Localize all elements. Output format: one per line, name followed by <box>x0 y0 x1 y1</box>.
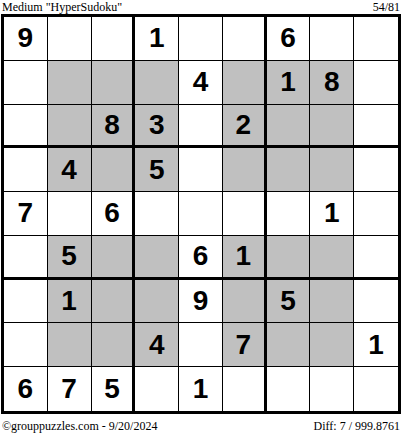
cell-r8c9[interactable]: 1 <box>354 323 398 367</box>
cell-r8c2[interactable] <box>48 323 92 367</box>
cell-r4c3[interactable] <box>92 148 136 192</box>
puzzle-title: Medium "HyperSudoku" <box>2 1 122 14</box>
cell-r4c5[interactable] <box>179 148 223 192</box>
cell-r9c8[interactable] <box>310 367 354 411</box>
cell-r1c3[interactable] <box>92 17 136 61</box>
cell-r7c3[interactable] <box>92 280 136 324</box>
cell-r7c9[interactable] <box>354 280 398 324</box>
cell-r5c8[interactable]: 1 <box>310 192 354 236</box>
cell-r8c3[interactable] <box>92 323 136 367</box>
cell-r2c8[interactable]: 8 <box>310 61 354 105</box>
cell-r9c6[interactable] <box>223 367 267 411</box>
cell-r5c6[interactable] <box>223 192 267 236</box>
cell-r2c2[interactable] <box>48 61 92 105</box>
cell-r2c3[interactable] <box>92 61 136 105</box>
cell-r5c3[interactable]: 6 <box>92 192 136 236</box>
puzzle-page: Medium "HyperSudoku" 54/81 9164188324576… <box>0 0 402 437</box>
cell-r4c4[interactable]: 5 <box>135 148 179 192</box>
difficulty-rating: Diff: 7 / 999.8761 <box>314 419 400 434</box>
cell-r5c5[interactable] <box>179 192 223 236</box>
cell-r7c5[interactable]: 9 <box>179 280 223 324</box>
cell-r7c7[interactable]: 5 <box>267 280 311 324</box>
cell-r3c9[interactable] <box>354 105 398 149</box>
cell-r7c8[interactable] <box>310 280 354 324</box>
cell-r4c7[interactable] <box>267 148 311 192</box>
cell-r6c5[interactable]: 6 <box>179 236 223 280</box>
cell-r1c6[interactable] <box>223 17 267 61</box>
cell-r3c4[interactable]: 3 <box>135 105 179 149</box>
cell-r9c5[interactable]: 1 <box>179 367 223 411</box>
cell-r4c1[interactable] <box>4 148 48 192</box>
cell-r8c7[interactable] <box>267 323 311 367</box>
cell-r6c7[interactable] <box>267 236 311 280</box>
cell-r4c6[interactable] <box>223 148 267 192</box>
cell-r2c9[interactable] <box>354 61 398 105</box>
cell-r8c1[interactable] <box>4 323 48 367</box>
copyright-date: ©grouppuzzles.com - 9/20/2024 <box>2 419 157 434</box>
cell-r3c6[interactable]: 2 <box>223 105 267 149</box>
sudoku-board: 916418832457615611954716751 <box>1 14 401 414</box>
cell-r5c1[interactable]: 7 <box>4 192 48 236</box>
cell-r2c4[interactable] <box>135 61 179 105</box>
cell-r6c1[interactable] <box>4 236 48 280</box>
cell-r4c2[interactable]: 4 <box>48 148 92 192</box>
cell-r7c2[interactable]: 1 <box>48 280 92 324</box>
cell-r9c9[interactable] <box>354 367 398 411</box>
cell-r7c1[interactable] <box>4 280 48 324</box>
cell-r8c5[interactable] <box>179 323 223 367</box>
cell-r9c2[interactable]: 7 <box>48 367 92 411</box>
cell-r9c1[interactable]: 6 <box>4 367 48 411</box>
cell-r7c4[interactable] <box>135 280 179 324</box>
cell-r1c4[interactable]: 1 <box>135 17 179 61</box>
cell-r1c9[interactable] <box>354 17 398 61</box>
cell-r8c4[interactable]: 4 <box>135 323 179 367</box>
cell-r3c2[interactable] <box>48 105 92 149</box>
cell-r7c6[interactable] <box>223 280 267 324</box>
cell-r5c9[interactable] <box>354 192 398 236</box>
cell-r1c1[interactable]: 9 <box>4 17 48 61</box>
cell-r1c8[interactable] <box>310 17 354 61</box>
cell-r3c3[interactable]: 8 <box>92 105 136 149</box>
cell-r5c7[interactable] <box>267 192 311 236</box>
cell-r4c9[interactable] <box>354 148 398 192</box>
cell-r8c8[interactable] <box>310 323 354 367</box>
cell-r1c2[interactable] <box>48 17 92 61</box>
cell-r3c5[interactable] <box>179 105 223 149</box>
cell-r1c5[interactable] <box>179 17 223 61</box>
cell-r6c3[interactable] <box>92 236 136 280</box>
cell-r3c1[interactable] <box>4 105 48 149</box>
cell-r6c8[interactable] <box>310 236 354 280</box>
cell-r2c7[interactable]: 1 <box>267 61 311 105</box>
cell-r2c5[interactable]: 4 <box>179 61 223 105</box>
cell-r8c6[interactable]: 7 <box>223 323 267 367</box>
cell-r6c9[interactable] <box>354 236 398 280</box>
cell-r6c6[interactable]: 1 <box>223 236 267 280</box>
cell-r2c1[interactable] <box>4 61 48 105</box>
empty-cell-counter: 54/81 <box>373 1 400 14</box>
cell-r6c2[interactable]: 5 <box>48 236 92 280</box>
cell-r3c8[interactable] <box>310 105 354 149</box>
cell-r9c7[interactable] <box>267 367 311 411</box>
header: Medium "HyperSudoku" 54/81 <box>0 0 402 14</box>
cell-r2c6[interactable] <box>223 61 267 105</box>
cell-r9c3[interactable]: 5 <box>92 367 136 411</box>
cell-r1c7[interactable]: 6 <box>267 17 311 61</box>
cell-r4c8[interactable] <box>310 148 354 192</box>
footer: ©grouppuzzles.com - 9/20/2024 Diff: 7 / … <box>0 419 402 434</box>
cell-r3c7[interactable] <box>267 105 311 149</box>
cell-r9c4[interactable] <box>135 367 179 411</box>
cell-r6c4[interactable] <box>135 236 179 280</box>
cell-r5c2[interactable] <box>48 192 92 236</box>
cell-r5c4[interactable] <box>135 192 179 236</box>
